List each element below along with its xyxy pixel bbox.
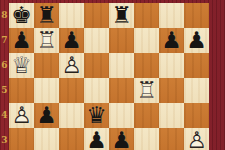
rank-label-6: 6 [0,53,9,78]
black-piece-glyph: ♜ [109,3,134,28]
rank-label-7: 7 [0,28,9,53]
black-piece-glyph: ♛ [84,103,109,128]
square-a8[interactable]: ♚ [9,3,34,28]
piece-black-king[interactable]: ♚ [9,3,34,28]
piece-black-pawn[interactable]: ♟ [109,128,134,150]
black-piece-glyph: ♟ [109,128,134,150]
piece-black-pawn[interactable]: ♟ [34,103,59,128]
piece-black-pawn[interactable]: ♟ [9,28,34,53]
piece-white-rook[interactable]: ♜♖ [134,78,159,103]
square-c3[interactable] [59,128,84,150]
square-h8[interactable] [184,3,209,28]
square-d8[interactable] [84,3,109,28]
square-a3[interactable] [9,128,34,150]
white-piece-outline-layer: ♙ [184,128,209,150]
square-g4[interactable] [159,103,184,128]
square-h3[interactable]: ♟♙ [184,128,209,150]
piece-white-pawn[interactable]: ♟♙ [59,53,84,78]
rank-labels: 876543 [0,3,9,150]
piece-black-queen[interactable]: ♛ [84,103,109,128]
rank-label-4: 4 [0,103,9,128]
chess-board: ♚♜♜♟♜♖♟♟♟♛♕♟♙♜♖♟♙♟♛♟♟♟♙ [9,3,209,150]
square-c5[interactable] [59,78,84,103]
square-e7[interactable] [109,28,134,53]
rank-label-8: 8 [0,3,9,28]
black-piece-glyph: ♟ [59,28,84,53]
square-h4[interactable] [184,103,209,128]
piece-black-pawn[interactable]: ♟ [184,28,209,53]
square-g7[interactable]: ♟ [159,28,184,53]
white-piece-outline-layer: ♕ [9,53,34,78]
square-d4[interactable]: ♛ [84,103,109,128]
square-h6[interactable] [184,53,209,78]
square-g8[interactable] [159,3,184,28]
piece-black-rook[interactable]: ♜ [34,3,59,28]
square-a7[interactable]: ♟ [9,28,34,53]
black-piece-glyph: ♟ [184,28,209,53]
square-f3[interactable] [134,128,159,150]
square-d3[interactable]: ♟ [84,128,109,150]
square-e6[interactable] [109,53,134,78]
black-piece-glyph: ♟ [84,128,109,150]
black-piece-glyph: ♟ [34,103,59,128]
square-f4[interactable] [134,103,159,128]
square-f5[interactable]: ♜♖ [134,78,159,103]
square-h5[interactable] [184,78,209,103]
rank-label-3: 3 [0,128,9,150]
square-b5[interactable] [34,78,59,103]
piece-black-rook[interactable]: ♜ [109,3,134,28]
square-c4[interactable] [59,103,84,128]
square-d7[interactable] [84,28,109,53]
square-f7[interactable] [134,28,159,53]
black-piece-glyph: ♚ [9,3,34,28]
rank-label-5: 5 [0,78,9,103]
black-piece-glyph: ♟ [159,28,184,53]
square-g6[interactable] [159,53,184,78]
piece-white-pawn[interactable]: ♟♙ [184,128,209,150]
square-f6[interactable] [134,53,159,78]
square-a5[interactable] [9,78,34,103]
black-piece-glyph: ♜ [34,3,59,28]
white-piece-outline-layer: ♖ [134,78,159,103]
square-a4[interactable]: ♟♙ [9,103,34,128]
square-e3[interactable]: ♟ [109,128,134,150]
square-e5[interactable] [109,78,134,103]
white-piece-outline-layer: ♙ [9,103,34,128]
square-h7[interactable]: ♟ [184,28,209,53]
square-b6[interactable] [34,53,59,78]
square-e4[interactable] [109,103,134,128]
piece-white-pawn[interactable]: ♟♙ [9,103,34,128]
square-a6[interactable]: ♛♕ [9,53,34,78]
square-b3[interactable] [34,128,59,150]
square-c8[interactable] [59,3,84,28]
square-g3[interactable] [159,128,184,150]
piece-black-pawn[interactable]: ♟ [84,128,109,150]
black-piece-glyph: ♟ [9,28,34,53]
square-f8[interactable] [134,3,159,28]
square-c6[interactable]: ♟♙ [59,53,84,78]
piece-black-pawn[interactable]: ♟ [59,28,84,53]
square-c7[interactable]: ♟ [59,28,84,53]
piece-white-rook[interactable]: ♜♖ [34,28,59,53]
piece-white-queen[interactable]: ♛♕ [9,53,34,78]
white-piece-outline-layer: ♙ [59,53,84,78]
square-b8[interactable]: ♜ [34,3,59,28]
square-d6[interactable] [84,53,109,78]
square-b7[interactable]: ♜♖ [34,28,59,53]
square-e8[interactable]: ♜ [109,3,134,28]
piece-black-pawn[interactable]: ♟ [159,28,184,53]
square-b4[interactable]: ♟ [34,103,59,128]
square-d5[interactable] [84,78,109,103]
white-piece-outline-layer: ♖ [34,28,59,53]
chess-diagram: ♚♜♜♟♜♖♟♟♟♛♕♟♙♜♖♟♙♟♛♟♟♟♙ 876543 [0,0,225,150]
square-g5[interactable] [159,78,184,103]
